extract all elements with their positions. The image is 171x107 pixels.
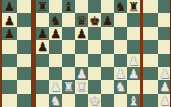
black-holding-slot-5[interactable]: ♟: [2, 27, 17, 40]
piece-black-bishop[interactable]: ♝: [63, 0, 74, 13]
square-h6[interactable]: [127, 27, 140, 40]
square-h4[interactable]: ♟: [127, 54, 140, 67]
chess-board: ♜♝♞♜♞♛♚♟♟♟♟♟♟♟♟♟♟♜♜♞♞♚♝: [36, 0, 140, 107]
black-holding-slot-6[interactable]: [17, 27, 32, 40]
piece-black-pawn[interactable]: ♟: [102, 14, 113, 27]
piece-black-pawn[interactable]: ♟: [37, 27, 48, 40]
black-holding-slot-12[interactable]: [17, 67, 32, 80]
white-holding-slot-7[interactable]: [143, 40, 158, 53]
square-e7[interactable]: ♚: [88, 13, 101, 26]
square-g1[interactable]: [114, 94, 127, 107]
square-d4[interactable]: [75, 54, 88, 67]
piece-white-king[interactable]: ♚: [89, 94, 100, 107]
square-g7[interactable]: [114, 13, 127, 26]
square-a1[interactable]: [36, 94, 49, 107]
white-holding-slot-11[interactable]: [143, 67, 158, 80]
square-g2[interactable]: ♞: [114, 80, 127, 93]
square-g4[interactable]: [114, 54, 127, 67]
square-c3[interactable]: [62, 67, 75, 80]
piece-white-pawn[interactable]: ♟: [76, 67, 87, 80]
piece-black-pawn[interactable]: ♟: [4, 0, 15, 13]
square-f4[interactable]: [101, 54, 114, 67]
square-h5[interactable]: [127, 40, 140, 53]
piece-black-pawn[interactable]: ♟: [50, 27, 61, 40]
square-f3[interactable]: [101, 67, 114, 80]
square-c7[interactable]: [62, 13, 75, 26]
black-holding-slot-14[interactable]: [17, 80, 32, 93]
white-holding-slot-14[interactable]: ♟: [158, 80, 171, 93]
square-g6[interactable]: [114, 27, 127, 40]
black-holding-slot-10[interactable]: [17, 54, 32, 67]
white-holding-slot-13[interactable]: [143, 80, 158, 93]
square-d5[interactable]: [75, 40, 88, 53]
square-b3[interactable]: [49, 67, 62, 80]
square-b6[interactable]: ♟: [49, 27, 62, 40]
square-e2[interactable]: [88, 80, 101, 93]
piece-white-rook[interactable]: ♜: [76, 80, 87, 93]
black-holdings-tray: ♟♟♟: [2, 0, 31, 107]
square-g8[interactable]: ♞: [114, 0, 127, 13]
square-b1[interactable]: ♞: [49, 94, 62, 107]
white-holding-slot-2[interactable]: [158, 0, 171, 13]
black-holding-slot-2[interactable]: [17, 0, 32, 13]
black-holding-slot-4[interactable]: [17, 13, 32, 26]
square-e4[interactable]: [88, 54, 101, 67]
piece-white-pawn[interactable]: ♟: [50, 80, 61, 93]
square-b7[interactable]: ♞: [49, 13, 62, 26]
square-h7[interactable]: [127, 13, 140, 26]
square-a4[interactable]: [36, 54, 49, 67]
piece-white-pawn[interactable]: ♟: [159, 67, 170, 80]
white-holding-slot-9[interactable]: [143, 54, 158, 67]
square-f1[interactable]: [101, 94, 114, 107]
square-c1[interactable]: [62, 94, 75, 107]
square-c5[interactable]: [62, 40, 75, 53]
square-g3[interactable]: ♟: [114, 67, 127, 80]
square-e1[interactable]: ♚: [88, 94, 101, 107]
square-d8[interactable]: [75, 0, 88, 13]
square-g5[interactable]: [114, 40, 127, 53]
square-f8[interactable]: [101, 0, 114, 13]
white-holding-slot-16[interactable]: ♟: [158, 94, 171, 107]
square-b2[interactable]: ♟: [49, 80, 62, 93]
square-h8[interactable]: ♜: [127, 0, 140, 13]
square-a3[interactable]: [36, 67, 49, 80]
square-b4[interactable]: [49, 54, 62, 67]
square-e3[interactable]: [88, 67, 101, 80]
piece-black-knight[interactable]: ♞: [50, 14, 61, 27]
black-holding-slot-16[interactable]: [17, 94, 32, 107]
piece-white-pawn[interactable]: ♟: [159, 94, 170, 107]
square-b5[interactable]: [49, 40, 62, 53]
square-d7[interactable]: ♛: [75, 13, 88, 26]
piece-white-pawn[interactable]: ♟: [128, 67, 139, 80]
square-c6[interactable]: [62, 27, 75, 40]
piece-white-pawn[interactable]: ♟: [159, 80, 170, 93]
piece-white-rook[interactable]: ♜: [63, 80, 74, 93]
square-e8[interactable]: [88, 0, 101, 13]
chess-app-window: ♟♟♟ ♜♝♞♜♞♛♚♟♟♟♟♟♟♟♟♟♟♜♜♞♞♚♝ ♟♟♟: [0, 0, 170, 107]
piece-white-knight[interactable]: ♞: [50, 94, 61, 107]
black-holding-slot-1[interactable]: ♟: [2, 0, 17, 13]
square-h2[interactable]: [127, 80, 140, 93]
piece-black-knight[interactable]: ♞: [115, 0, 126, 13]
piece-black-rook[interactable]: ♜: [37, 0, 48, 13]
square-c8[interactable]: ♝: [62, 0, 75, 13]
square-f7[interactable]: ♟: [101, 13, 114, 26]
square-a2[interactable]: [36, 80, 49, 93]
white-holding-slot-3[interactable]: [143, 13, 158, 26]
piece-white-bishop[interactable]: ♝: [128, 94, 139, 107]
black-holding-slot-15[interactable]: [2, 94, 17, 107]
square-d3[interactable]: ♟: [75, 67, 88, 80]
square-e6[interactable]: [88, 27, 101, 40]
piece-black-queen[interactable]: ♛: [76, 14, 87, 27]
black-holding-slot-7[interactable]: [2, 40, 17, 53]
black-holding-slot-8[interactable]: [17, 40, 32, 53]
white-holding-slot-15[interactable]: [143, 94, 158, 107]
piece-white-pawn[interactable]: ♟: [128, 54, 139, 67]
square-b8[interactable]: [49, 0, 62, 13]
square-f5[interactable]: [101, 40, 114, 53]
white-holding-slot-12[interactable]: ♟: [158, 67, 171, 80]
square-a8[interactable]: ♜: [36, 0, 49, 13]
square-h3[interactable]: ♟: [127, 67, 140, 80]
black-holding-slot-3[interactable]: ♟: [2, 13, 17, 26]
white-holding-slot-4[interactable]: [158, 13, 171, 26]
square-a6[interactable]: ♟: [36, 27, 49, 40]
piece-black-pawn[interactable]: ♟: [4, 14, 15, 27]
white-holdings-tray: ♟♟♟: [143, 0, 170, 107]
piece-white-knight[interactable]: ♞: [115, 80, 126, 93]
black-holding-slot-13[interactable]: [2, 80, 17, 93]
white-holding-slot-10[interactable]: [158, 54, 171, 67]
square-c2[interactable]: ♜: [62, 80, 75, 93]
white-holding-slot-6[interactable]: [158, 27, 171, 40]
white-holding-slot-5[interactable]: [143, 27, 158, 40]
white-holding-slot-8[interactable]: [158, 40, 171, 53]
square-d2[interactable]: ♜: [75, 80, 88, 93]
square-a7[interactable]: [36, 13, 49, 26]
piece-black-pawn[interactable]: ♟: [4, 27, 15, 40]
piece-black-rook[interactable]: ♜: [128, 0, 139, 13]
square-a5[interactable]: ♟: [36, 40, 49, 53]
square-f2[interactable]: [101, 80, 114, 93]
square-c4[interactable]: [62, 54, 75, 67]
black-holding-slot-11[interactable]: [2, 67, 17, 80]
square-e5[interactable]: [88, 40, 101, 53]
white-holding-slot-1[interactable]: [143, 0, 158, 13]
piece-white-pawn[interactable]: ♟: [115, 67, 126, 80]
piece-black-pawn[interactable]: ♟: [76, 27, 87, 40]
square-d6[interactable]: ♟: [75, 27, 88, 40]
square-f6[interactable]: [101, 27, 114, 40]
black-holding-slot-9[interactable]: [2, 54, 17, 67]
piece-black-king[interactable]: ♚: [89, 14, 100, 27]
piece-black-pawn[interactable]: ♟: [37, 40, 48, 53]
square-h1[interactable]: ♝: [127, 94, 140, 107]
square-d1[interactable]: [75, 94, 88, 107]
